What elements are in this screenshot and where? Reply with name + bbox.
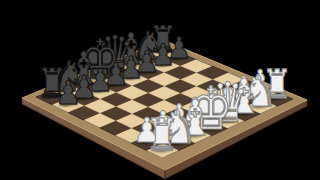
chess-scene: ♜♞♝♛♚♝♞♜♟♟♟♟♟♟♟♟♟♟♟♟♟♟♟♟♜♞♝♛♚♝♞♜ [0,0,320,180]
piece-black-pawn-h7[interactable]: ♟ [55,78,81,110]
piece-white-rook-h1[interactable]: ♜ [146,113,179,157]
